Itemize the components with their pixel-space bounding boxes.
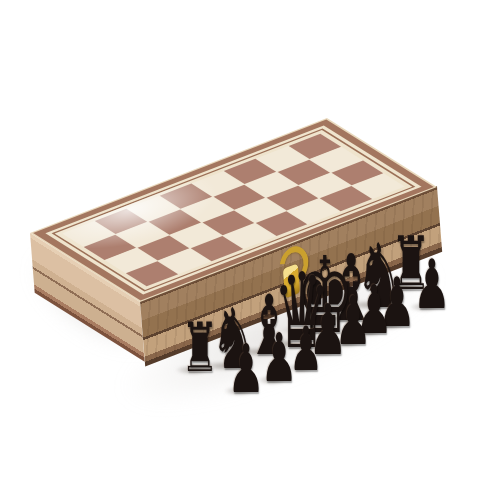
- piece-black-pawn: ♟: [413, 251, 451, 319]
- chess-set-product-photo: ♜♞♟♝♟♛♟♚♟♝♟♞♟♟♜♟: [0, 0, 500, 500]
- piece-black-pawn: ♟: [227, 336, 264, 403]
- piece-black-rook: ♜: [181, 314, 219, 382]
- chess-pieces-layer: ♜♞♟♝♟♛♟♚♟♝♟♞♟♟♜♟: [0, 0, 500, 500]
- piece-black-pawn: ♟: [260, 325, 297, 392]
